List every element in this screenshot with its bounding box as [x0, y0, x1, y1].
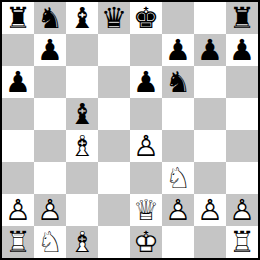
- black-bishop-c8: ♝: [66, 2, 98, 34]
- square-e8[interactable]: ♚: [130, 2, 162, 34]
- square-e3[interactable]: [130, 162, 162, 194]
- square-c6[interactable]: [66, 66, 98, 98]
- black-bishop-c5: ♝: [66, 98, 98, 130]
- white-pawn-e4: ♟♙: [130, 130, 162, 162]
- black-pawn-h7: ♟: [226, 34, 258, 66]
- black-pawn-f7: ♟: [162, 34, 194, 66]
- square-f1[interactable]: [162, 226, 194, 258]
- square-d5[interactable]: [98, 98, 130, 130]
- square-g6[interactable]: [194, 66, 226, 98]
- square-e6[interactable]: ♟: [130, 66, 162, 98]
- black-pawn-e6: ♟: [130, 66, 162, 98]
- square-e2[interactable]: ♛♕: [130, 194, 162, 226]
- white-queen-e2: ♛♕: [130, 194, 162, 226]
- square-f4[interactable]: [162, 130, 194, 162]
- white-bishop-c1: ♝♗: [66, 226, 98, 258]
- square-b2[interactable]: ♟♙: [34, 194, 66, 226]
- white-knight-b1: ♞♘: [34, 226, 66, 258]
- square-e4[interactable]: ♟♙: [130, 130, 162, 162]
- black-knight-b8: ♞: [34, 2, 66, 34]
- black-king-e8: ♚: [130, 2, 162, 34]
- square-a3[interactable]: [2, 162, 34, 194]
- square-c7[interactable]: [66, 34, 98, 66]
- white-rook-h1: ♜♖: [226, 226, 258, 258]
- square-g8[interactable]: [194, 2, 226, 34]
- square-c5[interactable]: ♝: [66, 98, 98, 130]
- square-g3[interactable]: [194, 162, 226, 194]
- square-d8[interactable]: ♛: [98, 2, 130, 34]
- square-h4[interactable]: [226, 130, 258, 162]
- square-e1[interactable]: ♚♔: [130, 226, 162, 258]
- white-rook-a1: ♜♖: [2, 226, 34, 258]
- board-frame: ♜♞♝♛♚♜♟♟♟♟♟♟♞♝♝♗♟♙♞♘♟♙♟♙♛♕♟♙♟♙♟♙♜♖♞♘♝♗♚♔…: [0, 0, 260, 260]
- square-a5[interactable]: [2, 98, 34, 130]
- white-king-e1: ♚♔: [130, 226, 162, 258]
- square-b1[interactable]: ♞♘: [34, 226, 66, 258]
- square-b4[interactable]: [34, 130, 66, 162]
- white-pawn-h2: ♟♙: [226, 194, 258, 226]
- square-g5[interactable]: [194, 98, 226, 130]
- black-rook-a8: ♜: [2, 2, 34, 34]
- square-f3[interactable]: ♞♘: [162, 162, 194, 194]
- square-f2[interactable]: ♟♙: [162, 194, 194, 226]
- square-b8[interactable]: ♞: [34, 2, 66, 34]
- square-a1[interactable]: ♜♖: [2, 226, 34, 258]
- square-h5[interactable]: [226, 98, 258, 130]
- square-c4[interactable]: ♝♗: [66, 130, 98, 162]
- black-queen-d8: ♛: [98, 2, 130, 34]
- black-pawn-g7: ♟: [194, 34, 226, 66]
- white-pawn-g2: ♟♙: [194, 194, 226, 226]
- square-d4[interactable]: [98, 130, 130, 162]
- square-f6[interactable]: ♞: [162, 66, 194, 98]
- square-g7[interactable]: ♟: [194, 34, 226, 66]
- square-d7[interactable]: [98, 34, 130, 66]
- white-knight-f3: ♞♘: [162, 162, 194, 194]
- square-g2[interactable]: ♟♙: [194, 194, 226, 226]
- square-d2[interactable]: [98, 194, 130, 226]
- square-h7[interactable]: ♟: [226, 34, 258, 66]
- square-b5[interactable]: [34, 98, 66, 130]
- square-h8[interactable]: ♜: [226, 2, 258, 34]
- square-h3[interactable]: [226, 162, 258, 194]
- square-a8[interactable]: ♜: [2, 2, 34, 34]
- square-d1[interactable]: [98, 226, 130, 258]
- square-b7[interactable]: ♟: [34, 34, 66, 66]
- square-h6[interactable]: [226, 66, 258, 98]
- square-a2[interactable]: ♟♙: [2, 194, 34, 226]
- chess-board: ♜♞♝♛♚♜♟♟♟♟♟♟♞♝♝♗♟♙♞♘♟♙♟♙♛♕♟♙♟♙♟♙♜♖♞♘♝♗♚♔…: [2, 2, 258, 258]
- square-h1[interactable]: ♜♖: [226, 226, 258, 258]
- black-rook-h8: ♜: [226, 2, 258, 34]
- square-b3[interactable]: [34, 162, 66, 194]
- square-c3[interactable]: [66, 162, 98, 194]
- square-c2[interactable]: [66, 194, 98, 226]
- square-e5[interactable]: [130, 98, 162, 130]
- black-pawn-b7: ♟: [34, 34, 66, 66]
- square-b6[interactable]: [34, 66, 66, 98]
- square-e7[interactable]: [130, 34, 162, 66]
- white-pawn-b2: ♟♙: [34, 194, 66, 226]
- square-c1[interactable]: ♝♗: [66, 226, 98, 258]
- square-a6[interactable]: ♟: [2, 66, 34, 98]
- black-pawn-a6: ♟: [2, 66, 34, 98]
- white-pawn-f2: ♟♙: [162, 194, 194, 226]
- square-a4[interactable]: [2, 130, 34, 162]
- square-c8[interactable]: ♝: [66, 2, 98, 34]
- square-f5[interactable]: [162, 98, 194, 130]
- white-bishop-c4: ♝♗: [66, 130, 98, 162]
- square-d3[interactable]: [98, 162, 130, 194]
- white-pawn-a2: ♟♙: [2, 194, 34, 226]
- square-f8[interactable]: [162, 2, 194, 34]
- square-d6[interactable]: [98, 66, 130, 98]
- black-knight-f6: ♞: [162, 66, 194, 98]
- square-h2[interactable]: ♟♙: [226, 194, 258, 226]
- square-g4[interactable]: [194, 130, 226, 162]
- square-a7[interactable]: [2, 34, 34, 66]
- square-f7[interactable]: ♟: [162, 34, 194, 66]
- square-g1[interactable]: [194, 226, 226, 258]
